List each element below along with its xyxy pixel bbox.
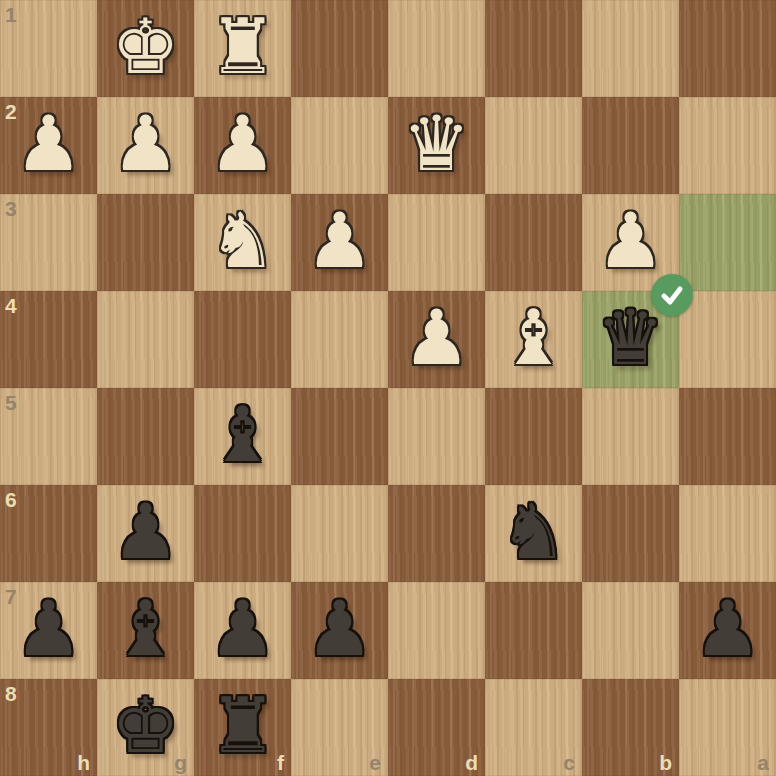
square-c8[interactable]: c (485, 679, 582, 776)
square-b1[interactable] (582, 0, 679, 97)
square-a4[interactable] (679, 291, 776, 388)
square-d1[interactable] (388, 0, 485, 97)
black-pawn-e7[interactable]: ♟ (291, 582, 388, 679)
square-f7[interactable]: ♟ (194, 582, 291, 679)
square-g5[interactable] (97, 388, 194, 485)
square-h8[interactable]: 8h (0, 679, 97, 776)
chess-board-wrap: 1♚♜♟2♟♟♛3♞♟♟4♟♝♛5♝6♟♞♟7♝♟♟♟8h♚g♜fedcba (0, 0, 776, 776)
square-a1[interactable] (679, 0, 776, 97)
square-g2[interactable]: ♟ (97, 97, 194, 194)
white-pawn-g2[interactable]: ♟ (97, 97, 194, 194)
file-label-a: a (757, 751, 769, 775)
rank-label-1: 1 (5, 3, 17, 27)
square-h1[interactable]: 1 (0, 0, 97, 97)
white-pawn-f2[interactable]: ♟ (194, 97, 291, 194)
square-e1[interactable] (291, 0, 388, 97)
square-d7[interactable] (388, 582, 485, 679)
square-f2[interactable]: ♟ (194, 97, 291, 194)
square-d3[interactable] (388, 194, 485, 291)
white-bishop-c4[interactable]: ♝ (485, 291, 582, 388)
square-f1[interactable]: ♜ (194, 0, 291, 97)
square-g4[interactable] (97, 291, 194, 388)
square-e2[interactable] (291, 97, 388, 194)
black-pawn-g6[interactable]: ♟ (97, 485, 194, 582)
square-e3[interactable]: ♟ (291, 194, 388, 291)
square-h5[interactable]: 5 (0, 388, 97, 485)
file-label-e: e (369, 751, 381, 775)
black-pawn-f7[interactable]: ♟ (194, 582, 291, 679)
checkmark-icon (659, 282, 685, 308)
square-b6[interactable] (582, 485, 679, 582)
square-c1[interactable] (485, 0, 582, 97)
square-b2[interactable] (582, 97, 679, 194)
black-pawn-h7[interactable]: ♟ (0, 582, 97, 679)
white-king-g1[interactable]: ♚ (97, 0, 194, 97)
square-h4[interactable]: 4 (0, 291, 97, 388)
square-a6[interactable] (679, 485, 776, 582)
square-c5[interactable] (485, 388, 582, 485)
square-h2[interactable]: ♟2 (0, 97, 97, 194)
square-f3[interactable]: ♞ (194, 194, 291, 291)
file-label-d: d (465, 751, 478, 775)
white-queen-d2[interactable]: ♛ (388, 97, 485, 194)
square-d8[interactable]: d (388, 679, 485, 776)
white-pawn-d4[interactable]: ♟ (388, 291, 485, 388)
file-label-b: b (659, 751, 672, 775)
square-g8[interactable]: ♚g (97, 679, 194, 776)
square-e4[interactable] (291, 291, 388, 388)
square-b5[interactable] (582, 388, 679, 485)
black-knight-c6[interactable]: ♞ (485, 485, 582, 582)
square-a2[interactable] (679, 97, 776, 194)
square-d4[interactable]: ♟ (388, 291, 485, 388)
white-pawn-h2[interactable]: ♟ (0, 97, 97, 194)
square-d2[interactable]: ♛ (388, 97, 485, 194)
square-f6[interactable] (194, 485, 291, 582)
square-e7[interactable]: ♟ (291, 582, 388, 679)
square-g3[interactable] (97, 194, 194, 291)
square-a8[interactable]: a (679, 679, 776, 776)
correct-move-badge (651, 274, 693, 316)
square-b8[interactable]: b (582, 679, 679, 776)
file-label-h: h (77, 751, 90, 775)
black-rook-f8[interactable]: ♜ (194, 679, 291, 776)
square-a3[interactable] (679, 194, 776, 291)
square-g1[interactable]: ♚ (97, 0, 194, 97)
square-c6[interactable]: ♞ (485, 485, 582, 582)
black-bishop-g7[interactable]: ♝ (97, 582, 194, 679)
rank-label-3: 3 (5, 197, 17, 221)
square-h7[interactable]: ♟7 (0, 582, 97, 679)
square-c4[interactable]: ♝ (485, 291, 582, 388)
square-e5[interactable] (291, 388, 388, 485)
black-bishop-f5[interactable]: ♝ (194, 388, 291, 485)
square-g7[interactable]: ♝ (97, 582, 194, 679)
square-h3[interactable]: 3 (0, 194, 97, 291)
white-knight-f3[interactable]: ♞ (194, 194, 291, 291)
rank-label-4: 4 (5, 294, 17, 318)
square-b7[interactable] (582, 582, 679, 679)
rank-label-8: 8 (5, 682, 17, 706)
black-pawn-a7[interactable]: ♟ (679, 582, 776, 679)
square-f4[interactable] (194, 291, 291, 388)
black-king-g8[interactable]: ♚ (97, 679, 194, 776)
square-g6[interactable]: ♟ (97, 485, 194, 582)
square-f5[interactable]: ♝ (194, 388, 291, 485)
square-e6[interactable] (291, 485, 388, 582)
square-a5[interactable] (679, 388, 776, 485)
file-label-c: c (563, 751, 575, 775)
square-d5[interactable] (388, 388, 485, 485)
square-f8[interactable]: ♜f (194, 679, 291, 776)
square-c2[interactable] (485, 97, 582, 194)
white-pawn-e3[interactable]: ♟ (291, 194, 388, 291)
square-c3[interactable] (485, 194, 582, 291)
rank-label-5: 5 (5, 391, 17, 415)
square-e8[interactable]: e (291, 679, 388, 776)
square-d6[interactable] (388, 485, 485, 582)
square-c7[interactable] (485, 582, 582, 679)
square-h6[interactable]: 6 (0, 485, 97, 582)
square-a7[interactable]: ♟ (679, 582, 776, 679)
chess-board: 1♚♜♟2♟♟♛3♞♟♟4♟♝♛5♝6♟♞♟7♝♟♟♟8h♚g♜fedcba (0, 0, 776, 776)
rank-label-6: 6 (5, 488, 17, 512)
white-rook-f1[interactable]: ♜ (194, 0, 291, 97)
